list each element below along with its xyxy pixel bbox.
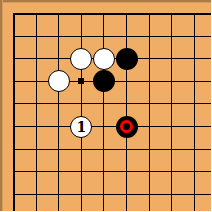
grid-line-horizontal: [13, 13, 212, 15]
white-stone: [70, 48, 92, 70]
black-stone: [93, 70, 115, 92]
grid-line-vertical: [171, 13, 172, 212]
grid-line-horizontal: [13, 126, 212, 127]
white-stone: [48, 70, 70, 92]
grid-line-horizontal: [13, 103, 212, 104]
go-board: 1: [0, 0, 211, 211]
go-board-diagram: 1: [0, 0, 211, 211]
grid-line-vertical: [126, 13, 127, 212]
grid-line-horizontal: [13, 194, 212, 195]
grid-line-vertical: [194, 13, 195, 212]
red-circle-marker: [120, 120, 133, 133]
grid-line-vertical: [149, 13, 150, 212]
white-stone: [93, 48, 115, 70]
grid-line-vertical: [13, 13, 15, 212]
black-stone: [116, 116, 138, 138]
grid-line-horizontal: [13, 171, 212, 172]
grid-line-vertical: [36, 13, 37, 212]
hoshi-star-point-marker: [78, 78, 84, 84]
black-stone: [116, 48, 138, 70]
white-stone: 1: [70, 116, 92, 138]
move-number-label: 1: [76, 120, 86, 134]
grid-line-horizontal: [13, 149, 212, 150]
grid-line-vertical: [58, 13, 59, 212]
grid-line-vertical: [81, 13, 82, 212]
grid-line-vertical: [103, 13, 104, 212]
grid-line-horizontal: [13, 36, 212, 37]
